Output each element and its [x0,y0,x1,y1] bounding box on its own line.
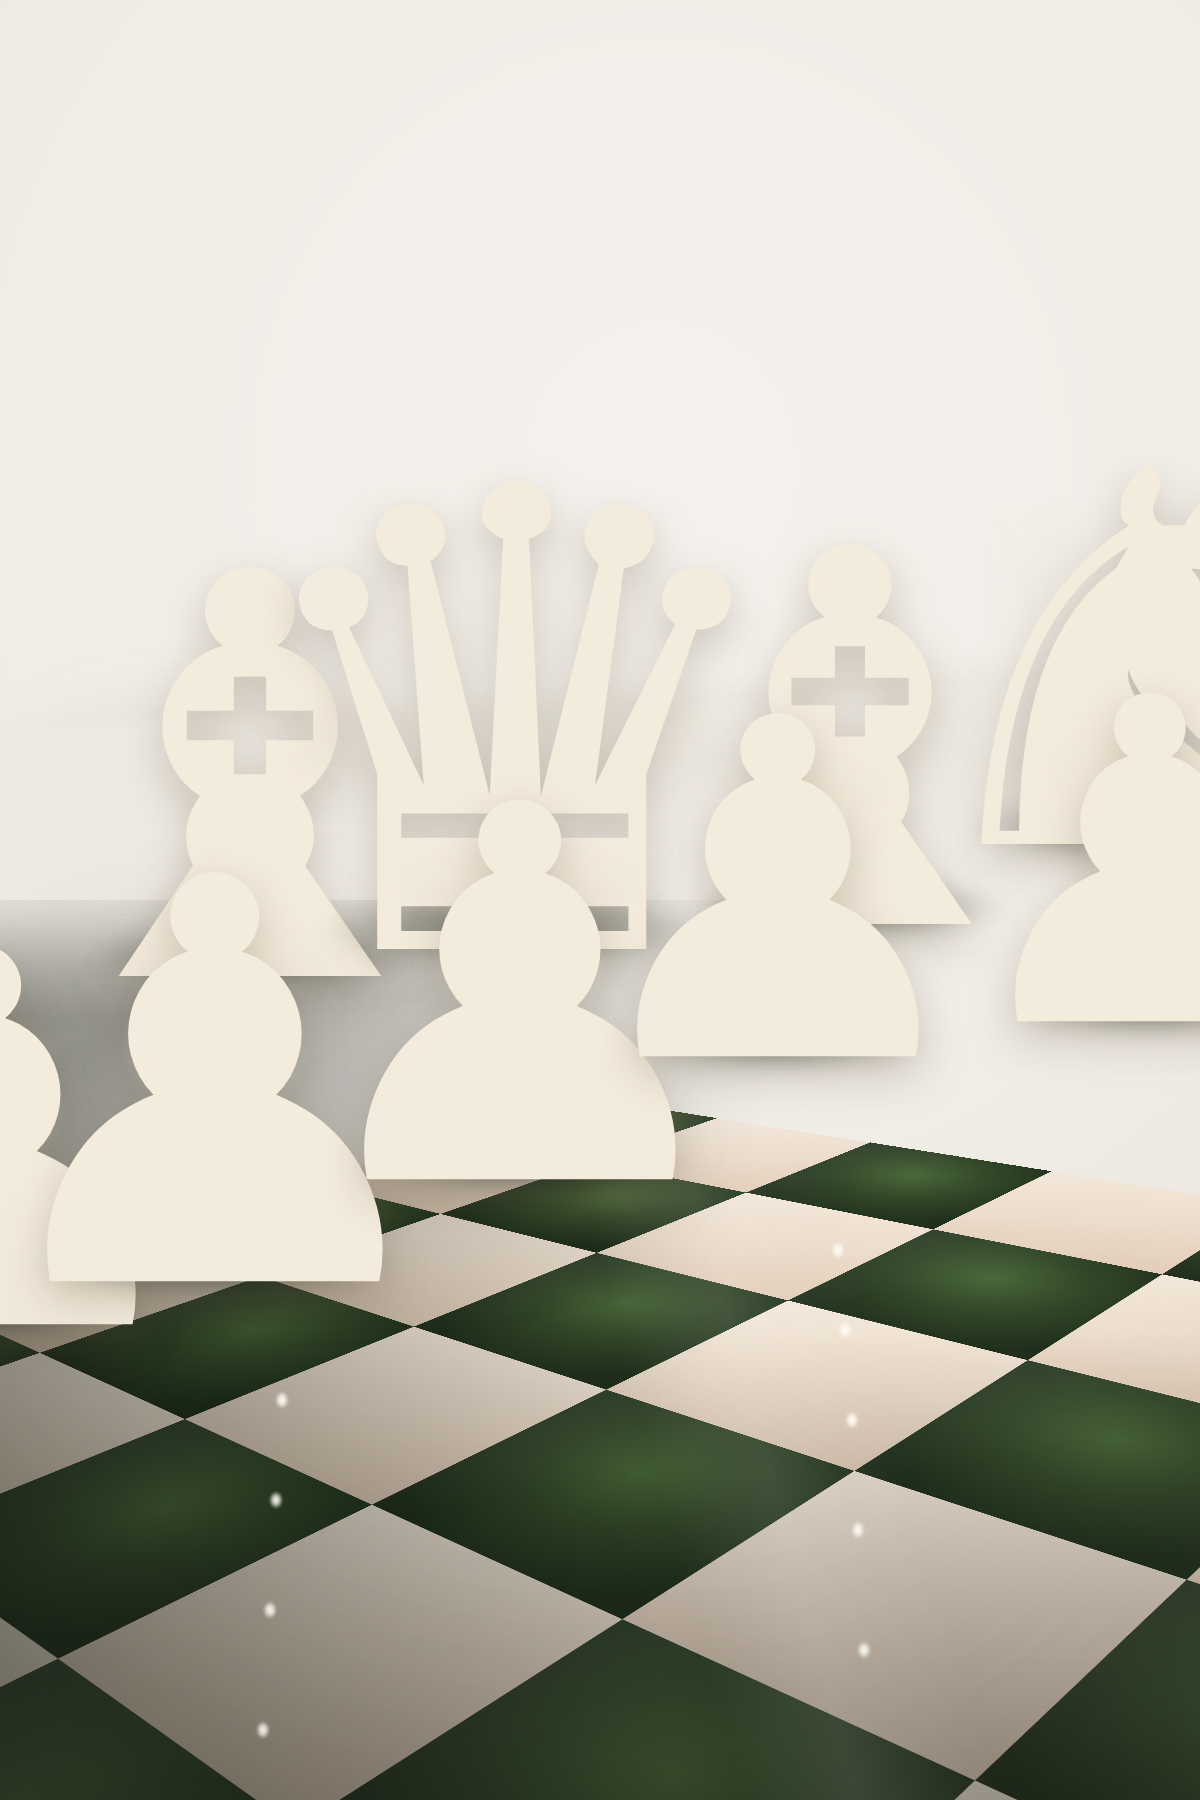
white-pawn-e4[interactable]: ♟♟ [567,659,988,1129]
chess-photo-scene: ♝♝♛♛♝♝♞♞♟♟♟♟♟♟♟♟♟♟ [0,0,1200,1800]
white-pawn-f4[interactable]: ♟♟ [948,640,1200,1090]
pawn-glyph: ♟ [948,640,1200,1090]
pieces-layer: ♝♝♛♛♝♝♞♞♟♟♟♟♟♟♟♟♟♟ [0,0,1200,1800]
pawn-glyph: ♟ [567,659,988,1129]
